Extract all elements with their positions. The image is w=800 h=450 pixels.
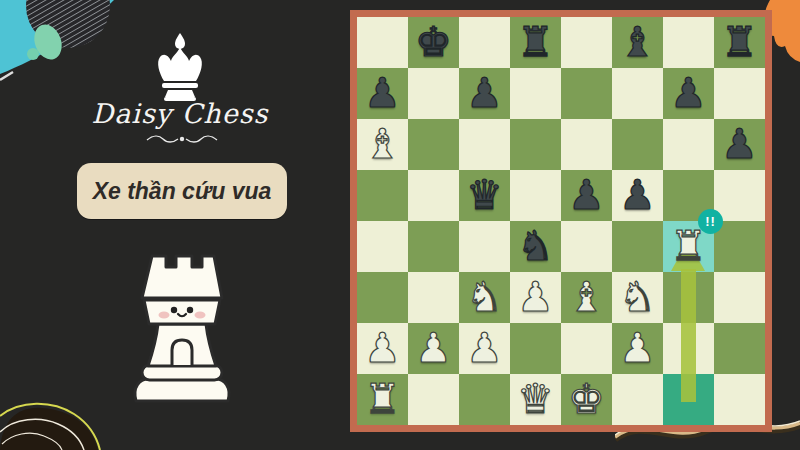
square-h2[interactable]: [714, 323, 765, 374]
square-b5[interactable]: [408, 170, 459, 221]
square-a3[interactable]: [357, 272, 408, 323]
white-knight[interactable]: ♞: [619, 277, 656, 318]
square-a7[interactable]: ♟: [357, 68, 408, 119]
white-pawn[interactable]: ♟: [466, 328, 503, 369]
white-bishop[interactable]: ♝: [568, 277, 605, 318]
mascot-base: [135, 379, 229, 401]
black-pawn[interactable]: ♟: [670, 73, 707, 114]
contour-white-2: [2, 433, 62, 450]
square-f8[interactable]: ♝: [612, 17, 663, 68]
black-rook[interactable]: ♜: [721, 22, 758, 63]
white-pawn[interactable]: ♟: [517, 277, 554, 318]
square-d5[interactable]: [510, 170, 561, 221]
square-f1[interactable]: [612, 374, 663, 425]
caption-text: Xe thần cứu vua: [93, 178, 272, 205]
black-queen[interactable]: ♛: [466, 175, 503, 216]
square-c2[interactable]: ♟: [459, 323, 510, 374]
square-e1[interactable]: ♚: [561, 374, 612, 425]
crown-icon: [152, 31, 208, 101]
square-g6[interactable]: [663, 119, 714, 170]
contour-white-1: [0, 419, 84, 450]
square-e4[interactable]: [561, 221, 612, 272]
square-e8[interactable]: [561, 17, 612, 68]
decor-bottom-left: [0, 372, 130, 450]
square-b6[interactable]: [408, 119, 459, 170]
mascot-blush-right: [195, 312, 206, 319]
thumbnail-canvas: Daisy Chess Xe thần cứu vua ♚♜♝♜♟♟♟♝♟♛♟♟…: [0, 0, 800, 450]
square-a8[interactable]: [357, 17, 408, 68]
square-f7[interactable]: [612, 68, 663, 119]
square-h1[interactable]: [714, 374, 765, 425]
white-rook[interactable]: ♜: [670, 226, 707, 267]
white-pawn[interactable]: ♟: [415, 328, 452, 369]
square-b3[interactable]: [408, 272, 459, 323]
white-queen[interactable]: ♛: [517, 379, 554, 420]
white-king[interactable]: ♚: [568, 379, 605, 420]
white-bishop[interactable]: ♝: [364, 124, 401, 165]
black-bishop[interactable]: ♝: [619, 22, 656, 63]
contour-fill: [0, 408, 98, 450]
mascot-face-band: [144, 300, 220, 324]
square-h4[interactable]: [714, 221, 765, 272]
square-c3[interactable]: ♞: [459, 272, 510, 323]
chess-board-frame: ♚♜♝♜♟♟♟♝♟♛♟♟♞♜♞♟♝♞♟♟♟♟♜♛♚ !!: [350, 10, 772, 432]
square-d4[interactable]: ♞: [510, 221, 561, 272]
square-h7[interactable]: [714, 68, 765, 119]
square-b1[interactable]: [408, 374, 459, 425]
square-d7[interactable]: [510, 68, 561, 119]
square-h6[interactable]: ♟: [714, 119, 765, 170]
square-e7[interactable]: [561, 68, 612, 119]
square-a1[interactable]: ♜: [357, 374, 408, 425]
square-c4[interactable]: [459, 221, 510, 272]
square-e3[interactable]: ♝: [561, 272, 612, 323]
mascot-door: [172, 340, 192, 365]
square-d2[interactable]: [510, 323, 561, 374]
black-knight[interactable]: ♞: [517, 226, 554, 267]
square-d6[interactable]: [510, 119, 561, 170]
square-c6[interactable]: [459, 119, 510, 170]
square-f2[interactable]: ♟: [612, 323, 663, 374]
square-h8[interactable]: ♜: [714, 17, 765, 68]
square-g8[interactable]: [663, 17, 714, 68]
white-dash: [0, 72, 13, 80]
black-pawn[interactable]: ♟: [364, 73, 401, 114]
mint-dot: [27, 48, 39, 60]
square-g7[interactable]: ♟: [663, 68, 714, 119]
rook-mascot: [118, 250, 246, 404]
hatched-circle: [26, 0, 110, 48]
mascot-eye-right: [187, 307, 193, 313]
square-c5[interactable]: ♛: [459, 170, 510, 221]
square-c8[interactable]: [459, 17, 510, 68]
square-b4[interactable]: [408, 221, 459, 272]
square-f4[interactable]: [612, 221, 663, 272]
black-rook[interactable]: ♜: [517, 22, 554, 63]
square-c7[interactable]: ♟: [459, 68, 510, 119]
black-pawn[interactable]: ♟: [721, 124, 758, 165]
move-arrow-shaft: [681, 269, 696, 402]
square-h3[interactable]: [714, 272, 765, 323]
brilliant-move-badge: !!: [698, 209, 723, 234]
square-a4[interactable]: [357, 221, 408, 272]
black-king[interactable]: ♚: [415, 22, 452, 63]
brand-title: Daisy Chess: [20, 98, 340, 129]
black-pawn[interactable]: ♟: [568, 175, 605, 216]
white-knight[interactable]: ♞: [466, 277, 503, 318]
mascot-eye-left: [171, 307, 177, 313]
square-a6[interactable]: ♝: [357, 119, 408, 170]
square-b8[interactable]: ♚: [408, 17, 459, 68]
black-pawn[interactable]: ♟: [619, 175, 656, 216]
square-f3[interactable]: ♞: [612, 272, 663, 323]
square-e6[interactable]: [561, 119, 612, 170]
square-h5[interactable]: [714, 170, 765, 221]
square-f5[interactable]: ♟: [612, 170, 663, 221]
square-d1[interactable]: ♛: [510, 374, 561, 425]
mascot-blush-left: [159, 312, 170, 319]
square-a5[interactable]: [357, 170, 408, 221]
square-f6[interactable]: [612, 119, 663, 170]
white-pawn[interactable]: ♟: [619, 328, 656, 369]
square-d8[interactable]: ♜: [510, 17, 561, 68]
white-rook[interactable]: ♜: [364, 379, 401, 420]
black-pawn[interactable]: ♟: [466, 73, 503, 114]
caption-banner: Xe thần cứu vua: [77, 163, 287, 219]
mascot-battlement: [142, 256, 222, 298]
square-e2[interactable]: [561, 323, 612, 374]
square-c1[interactable]: [459, 374, 510, 425]
contour-yellow: [0, 404, 100, 450]
mint-ellipse: [30, 21, 67, 64]
square-a2[interactable]: ♟: [357, 323, 408, 374]
square-e5[interactable]: ♟: [561, 170, 612, 221]
cyan-blob: [0, 0, 114, 74]
square-b7[interactable]: [408, 68, 459, 119]
square-b2[interactable]: ♟: [408, 323, 459, 374]
flourish-ornament: [145, 133, 219, 145]
white-pawn[interactable]: ♟: [364, 328, 401, 369]
square-d3[interactable]: ♟: [510, 272, 561, 323]
